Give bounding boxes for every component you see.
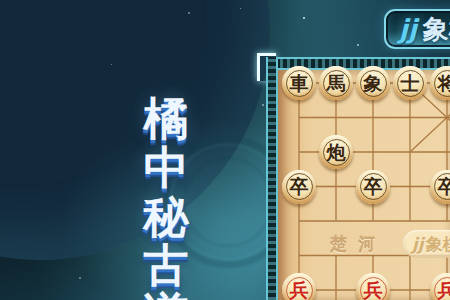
xiangqi-piece-兵[interactable]: 兵 bbox=[282, 273, 316, 300]
title-char: 秘 bbox=[139, 192, 193, 241]
board-frame-left-strip bbox=[266, 57, 278, 300]
piece-glyph: 車 bbox=[290, 74, 309, 93]
title-char: 中 bbox=[139, 143, 193, 192]
title-char: 橘 bbox=[139, 94, 193, 143]
logo-jj-mark: jj bbox=[399, 14, 417, 44]
river-watermark-pill: jj 象棋 bbox=[403, 230, 450, 258]
piece-glyph: 象 bbox=[364, 74, 383, 93]
piece-glyph: 炮 bbox=[327, 143, 346, 162]
piece-glyph: 馬 bbox=[327, 74, 346, 93]
xiangqi-piece-象[interactable]: 象 bbox=[356, 66, 390, 100]
xiangqi-piece-士[interactable]: 士 bbox=[393, 66, 427, 100]
title-char: 谱 bbox=[139, 290, 193, 300]
jj-xiangqi-logo: jj 象棋 bbox=[384, 9, 450, 49]
piece-glyph: 卒 bbox=[438, 177, 450, 196]
xiangqi-piece-車[interactable]: 車 bbox=[282, 66, 316, 100]
piece-glyph: 士 bbox=[401, 74, 420, 93]
piece-glyph: 兵 bbox=[364, 281, 383, 300]
page-title-vertical: 橘 中 秘 古 谱 bbox=[139, 94, 193, 300]
piece-glyph: 兵 bbox=[290, 281, 309, 300]
title-char: 古 bbox=[139, 241, 193, 290]
xiangqi-piece-炮[interactable]: 炮 bbox=[319, 135, 353, 169]
xiangqi-piece-卒[interactable]: 卒 bbox=[282, 170, 316, 204]
logo-app-name: 象棋 bbox=[423, 12, 450, 47]
xiangqi-piece-馬[interactable]: 馬 bbox=[319, 66, 353, 100]
watermark-app-name: 象棋 bbox=[426, 233, 450, 256]
xiangqi-piece-兵[interactable]: 兵 bbox=[356, 273, 390, 300]
watermark-jj-mark: jj bbox=[412, 234, 424, 254]
piece-glyph: 兵 bbox=[438, 281, 450, 300]
piece-glyph: 卒 bbox=[364, 177, 383, 196]
piece-glyph: 卒 bbox=[290, 177, 309, 196]
river-label-chu-he: 楚河 bbox=[330, 233, 386, 256]
splash-screen: 橘 中 秘 古 谱 jj 象棋 bbox=[0, 0, 450, 300]
xiangqi-board[interactable]: 楚河 jj 象棋 車馬象士将炮卒卒卒兵兵兵 bbox=[278, 70, 450, 300]
xiangqi-piece-卒[interactable]: 卒 bbox=[356, 170, 390, 204]
piece-glyph: 将 bbox=[438, 74, 450, 93]
